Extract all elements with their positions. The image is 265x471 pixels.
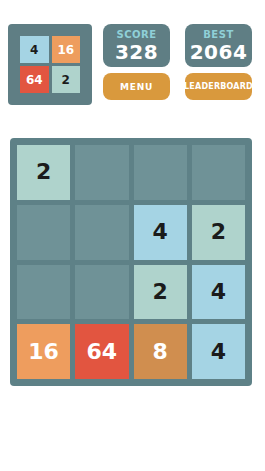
mini-board-preview: 416642 <box>8 24 92 105</box>
best-box: BEST 2064 <box>185 24 252 67</box>
tile-4: 4 <box>192 265 245 320</box>
2048-app: 416642 SCORE 328 BEST 2064 MENU LEADERBO… <box>0 0 265 471</box>
empty-cell <box>75 145 128 200</box>
empty-cell <box>75 205 128 260</box>
tile-2: 2 <box>192 205 245 260</box>
empty-cell <box>192 145 245 200</box>
leaderboard-button[interactable]: LEADERBOARD <box>185 73 252 100</box>
score-label: SCORE <box>116 30 156 40</box>
tile-4: 4 <box>192 324 245 379</box>
tile-16: 16 <box>52 36 81 63</box>
score-value: 328 <box>115 42 158 62</box>
best-label: BEST <box>203 30 233 40</box>
tile-2: 2 <box>134 265 187 320</box>
empty-cell <box>75 265 128 320</box>
empty-cell <box>17 205 70 260</box>
tile-64: 64 <box>20 66 49 93</box>
tile-8: 8 <box>134 324 187 379</box>
tile-2: 2 <box>17 145 70 200</box>
tile-2: 2 <box>52 66 81 93</box>
tile-64: 64 <box>75 324 128 379</box>
game-board[interactable]: 24224166484 <box>10 138 252 386</box>
tile-4: 4 <box>20 36 49 63</box>
empty-cell <box>134 145 187 200</box>
tile-4: 4 <box>134 205 187 260</box>
best-value: 2064 <box>190 42 248 62</box>
tile-16: 16 <box>17 324 70 379</box>
menu-button[interactable]: MENU <box>103 73 170 100</box>
empty-cell <box>17 265 70 320</box>
score-box: SCORE 328 <box>103 24 170 67</box>
